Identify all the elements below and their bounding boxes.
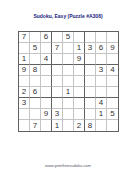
cell-r8c3[interactable]: 9 xyxy=(41,109,52,120)
cell-r9c1[interactable] xyxy=(19,120,30,131)
cell-r2c9[interactable]: 9 xyxy=(107,43,118,54)
cell-r7c9[interactable] xyxy=(107,98,118,109)
cell-r6c3[interactable] xyxy=(41,87,52,98)
cell-r8c2[interactable] xyxy=(30,109,41,120)
cell-r7c5[interactable] xyxy=(63,98,74,109)
cell-r8c1[interactable] xyxy=(19,109,30,120)
page: Sudoku, Easy (Puzzle #A308) 765571369149… xyxy=(0,0,136,176)
cell-r3c7[interactable] xyxy=(85,54,96,65)
cell-r6c4[interactable] xyxy=(52,87,63,98)
footer-url: www.printfreesudoku.com xyxy=(0,163,136,168)
cell-r4c6[interactable] xyxy=(74,65,85,76)
cell-r4c1[interactable]: 9 xyxy=(19,65,30,76)
cell-r5c7[interactable] xyxy=(85,76,96,87)
cell-r5c4[interactable] xyxy=(52,76,63,87)
cell-r3c6[interactable]: 9 xyxy=(74,54,85,65)
cell-r4c2[interactable]: 8 xyxy=(30,65,41,76)
cell-r2c7[interactable]: 3 xyxy=(85,43,96,54)
cell-r5c5[interactable] xyxy=(63,76,74,87)
cell-r2c1[interactable] xyxy=(19,43,30,54)
cell-r4c7[interactable] xyxy=(85,65,96,76)
cell-r9c2[interactable]: 7 xyxy=(30,120,41,131)
cell-r6c5[interactable]: 1 xyxy=(63,87,74,98)
cell-r2c4[interactable]: 7 xyxy=(52,43,63,54)
cell-r1c8[interactable] xyxy=(96,32,107,43)
cell-r7c3[interactable] xyxy=(41,98,52,109)
cell-r7c2[interactable] xyxy=(30,98,41,109)
cell-r9c7[interactable]: 8 xyxy=(85,120,96,131)
cell-r9c4[interactable]: 1 xyxy=(52,120,63,131)
page-title: Sudoku, Easy (Puzzle #A308) xyxy=(0,13,136,19)
cell-r6c6[interactable] xyxy=(74,87,85,98)
cell-r9c3[interactable] xyxy=(41,120,52,131)
cell-r7c1[interactable]: 3 xyxy=(19,98,30,109)
cell-r3c1[interactable]: 1 xyxy=(19,54,30,65)
cell-r8c4[interactable]: 3 xyxy=(52,109,63,120)
cell-r3c4[interactable] xyxy=(52,54,63,65)
sudoku-grid: 76557136914998342613493157128 xyxy=(18,31,119,132)
cell-r3c9[interactable] xyxy=(107,54,118,65)
cell-r4c5[interactable] xyxy=(63,65,74,76)
cell-r5c2[interactable] xyxy=(30,76,41,87)
cell-r2c2[interactable]: 5 xyxy=(30,43,41,54)
cell-r6c9[interactable] xyxy=(107,87,118,98)
cell-r8c6[interactable] xyxy=(74,109,85,120)
cell-r3c3[interactable]: 4 xyxy=(41,54,52,65)
cell-r1c3[interactable]: 6 xyxy=(41,32,52,43)
cell-r8c9[interactable]: 5 xyxy=(107,109,118,120)
cell-r1c7[interactable] xyxy=(85,32,96,43)
cell-r6c2[interactable]: 6 xyxy=(30,87,41,98)
cell-r1c6[interactable] xyxy=(74,32,85,43)
cell-r8c5[interactable] xyxy=(63,109,74,120)
cell-r9c8[interactable] xyxy=(96,120,107,131)
cell-r5c6[interactable] xyxy=(74,76,85,87)
cell-r7c4[interactable] xyxy=(52,98,63,109)
cell-r6c1[interactable]: 2 xyxy=(19,87,30,98)
cell-r6c7[interactable] xyxy=(85,87,96,98)
cell-r3c8[interactable] xyxy=(96,54,107,65)
cell-r9c5[interactable] xyxy=(63,120,74,131)
cell-r4c8[interactable]: 3 xyxy=(96,65,107,76)
cell-r2c3[interactable] xyxy=(41,43,52,54)
cell-r1c1[interactable]: 7 xyxy=(19,32,30,43)
cell-r7c6[interactable] xyxy=(74,98,85,109)
cell-r8c7[interactable] xyxy=(85,109,96,120)
cell-r1c4[interactable] xyxy=(52,32,63,43)
cell-r1c5[interactable]: 5 xyxy=(63,32,74,43)
cell-r3c2[interactable] xyxy=(30,54,41,65)
cell-r5c8[interactable] xyxy=(96,76,107,87)
cell-r4c4[interactable] xyxy=(52,65,63,76)
cell-r7c7[interactable] xyxy=(85,98,96,109)
cell-r5c3[interactable] xyxy=(41,76,52,87)
cell-r1c2[interactable] xyxy=(30,32,41,43)
cell-r9c9[interactable] xyxy=(107,120,118,131)
cell-r6c8[interactable] xyxy=(96,87,107,98)
cell-r8c8[interactable]: 1 xyxy=(96,109,107,120)
cell-r2c8[interactable]: 6 xyxy=(96,43,107,54)
cell-r5c1[interactable] xyxy=(19,76,30,87)
cell-r2c5[interactable] xyxy=(63,43,74,54)
cell-r4c9[interactable]: 4 xyxy=(107,65,118,76)
cell-r9c6[interactable]: 2 xyxy=(74,120,85,131)
cell-r3c5[interactable] xyxy=(63,54,74,65)
cell-r4c3[interactable] xyxy=(41,65,52,76)
cell-r7c8[interactable]: 4 xyxy=(96,98,107,109)
cell-r1c9[interactable] xyxy=(107,32,118,43)
cell-r5c9[interactable] xyxy=(107,76,118,87)
cell-r2c6[interactable]: 1 xyxy=(74,43,85,54)
